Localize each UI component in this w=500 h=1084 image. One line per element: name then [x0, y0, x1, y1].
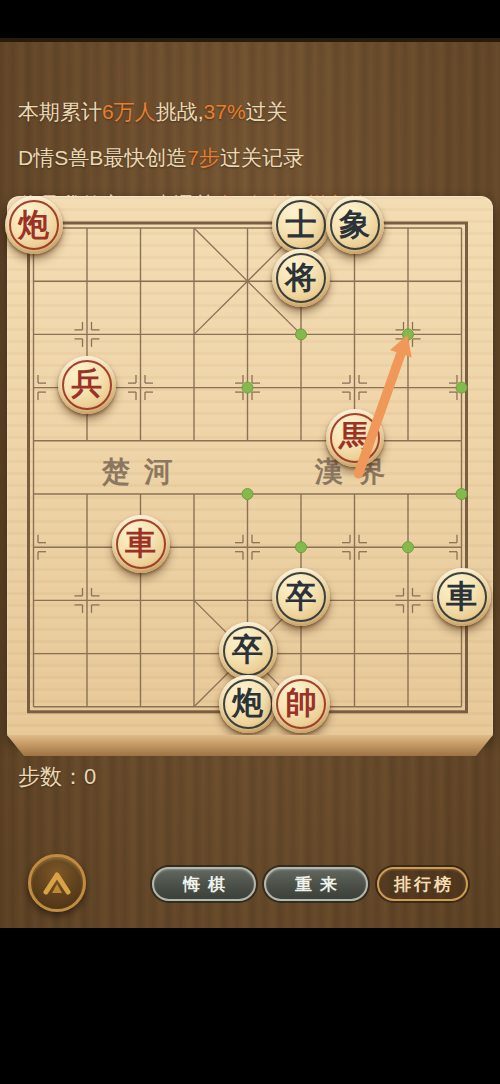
river-text-left: 楚河 [101, 455, 186, 488]
piece-glyph: 卒 [286, 581, 317, 612]
piece-glyph: 兵 [72, 368, 103, 399]
piece-glyph: 車 [446, 581, 477, 612]
stats-count: 6万人 [102, 100, 156, 123]
move-hint-dot[interactable] [403, 329, 414, 340]
piece-glyph: 炮 [18, 209, 49, 240]
piece-black-士[interactable]: 士 [272, 196, 330, 254]
move-hint-dot[interactable] [403, 542, 414, 553]
move-hint-dot[interactable] [242, 382, 253, 393]
stats-text: 本期累计 [18, 100, 102, 123]
move-hint-dot[interactable] [456, 382, 467, 393]
piece-red-車[interactable]: 車 [112, 515, 170, 573]
phone-screen: 本期累计6万人挑战,37%过关 D情S兽B最快创造7步过关记录 你是我的心 14… [0, 0, 500, 1084]
piece-red-炮[interactable]: 炮 [5, 196, 63, 254]
piece-black-将[interactable]: 将 [272, 249, 330, 307]
challenge-stats-line: 本期累计6万人挑战,37%过关 [18, 98, 488, 126]
piece-glyph: 馬 [339, 421, 370, 452]
piece-black-卒[interactable]: 卒 [219, 622, 277, 680]
piece-glyph: 象 [339, 209, 370, 240]
record-line: D情S兽B最快创造7步过关记录 [18, 144, 488, 172]
piece-glyph: 士 [286, 209, 317, 240]
android-nav-bar: Bai du 经验 jingyan.baidu.com [0, 928, 500, 1084]
piece-glyph: 炮 [232, 687, 263, 718]
piece-glyph: 将 [286, 262, 317, 293]
move-hint-dot[interactable] [242, 489, 253, 500]
step-counter: 步数：0 [18, 762, 96, 792]
xiangqi-board[interactable]: 楚河漢界 炮士象将兵馬車卒車卒炮帥 [7, 196, 493, 737]
leaderboard-button[interactable]: 排行榜 [377, 867, 468, 901]
piece-black-炮[interactable]: 炮 [219, 675, 277, 733]
piece-glyph: 帥 [286, 687, 317, 718]
piece-red-兵[interactable]: 兵 [58, 356, 116, 414]
step-counter-value: 0 [84, 764, 96, 789]
move-hint-dot[interactable] [296, 329, 307, 340]
step-counter-label: 步数： [18, 764, 84, 789]
piece-black-車[interactable]: 車 [433, 568, 491, 626]
stats-percent: 37% [204, 100, 246, 123]
move-hint-dot[interactable] [296, 542, 307, 553]
board-front-edge [7, 735, 493, 756]
piece-red-馬[interactable]: 馬 [326, 409, 384, 467]
piece-glyph: 車 [125, 528, 156, 559]
piece-red-帥[interactable]: 帥 [272, 675, 330, 733]
piece-black-卒[interactable]: 卒 [272, 568, 330, 626]
status-bar [0, 0, 500, 38]
move-hint-dot[interactable] [456, 489, 467, 500]
undo-move-button[interactable]: 悔棋 [152, 867, 256, 901]
piece-glyph: 卒 [232, 634, 263, 665]
piece-black-象[interactable]: 象 [326, 196, 384, 254]
restart-button[interactable]: 重来 [264, 867, 368, 901]
action-buttons: 悔棋 重来 排行榜 [0, 867, 500, 901]
record-steps: 7步 [187, 146, 220, 169]
